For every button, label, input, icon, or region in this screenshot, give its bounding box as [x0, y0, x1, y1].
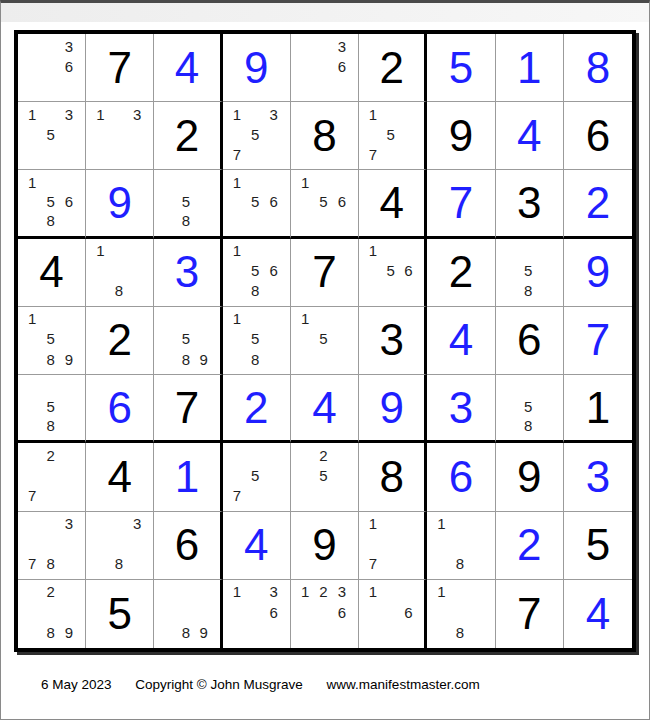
- candidate-grid: 158: [223, 307, 290, 374]
- cell-r1c6[interactable]: 2: [359, 34, 427, 102]
- candidate-digit: 7: [228, 485, 246, 505]
- candidate-digit: 5: [246, 124, 264, 144]
- solved-digit: 2: [244, 386, 268, 430]
- candidate-digit: 7: [23, 554, 41, 574]
- candidate-digit: 9: [195, 623, 213, 643]
- candidate-digit: 1: [296, 309, 314, 329]
- candidate-grid: 18: [86, 239, 153, 306]
- cell-r3c8[interactable]: 3: [496, 170, 564, 238]
- candidate-digit: 5: [246, 261, 264, 281]
- cell-r1c3[interactable]: 4: [154, 34, 222, 102]
- cell-r1c5[interactable]: 36: [291, 34, 359, 102]
- given-digit: 5: [586, 523, 610, 567]
- candidate-grid: 1568: [18, 170, 85, 235]
- cell-r8c2[interactable]: 38: [86, 512, 154, 580]
- candidate-digit: 5: [314, 329, 332, 349]
- given-digit: 4: [379, 181, 403, 225]
- footer-date: 6 May 2023: [41, 677, 112, 692]
- candidate-digit: 6: [264, 261, 282, 281]
- cell-r3c4[interactable]: 156: [223, 170, 291, 238]
- solved-digit: 2: [517, 523, 541, 567]
- candidate-digit: 1: [228, 582, 246, 602]
- given-digit: 2: [449, 250, 473, 294]
- cell-r3c7[interactable]: 7: [427, 170, 495, 238]
- cell-r6c2[interactable]: 6: [86, 375, 154, 443]
- cell-r7c5[interactable]: 25: [291, 443, 359, 511]
- candidate-digit: 5: [314, 192, 332, 211]
- cell-r8c9[interactable]: 5: [564, 512, 632, 580]
- candidate-digit: 3: [128, 104, 146, 124]
- candidate-digit: 5: [382, 261, 400, 281]
- candidate-digit: 8: [177, 623, 195, 643]
- candidate-digit: 1: [296, 582, 314, 602]
- candidate-digit: 3: [128, 514, 146, 534]
- candidate-digit: 2: [314, 582, 332, 602]
- cell-r4c5[interactable]: 7: [291, 239, 359, 307]
- given-digit: 8: [379, 455, 403, 499]
- candidate-digit: 5: [177, 329, 195, 349]
- given-digit: 3: [517, 181, 541, 225]
- candidate-digit: 6: [264, 192, 282, 211]
- cell-r9c9[interactable]: 4: [564, 580, 632, 648]
- cell-r2c4[interactable]: 1357: [223, 102, 291, 170]
- cell-r9c4[interactable]: 136: [223, 580, 291, 648]
- candidate-digit: 1: [432, 514, 450, 534]
- candidate-digit: 6: [264, 602, 282, 622]
- candidate-digit: 1: [23, 172, 41, 191]
- candidate-digit: 6: [400, 602, 418, 622]
- cell-r6c9[interactable]: 1: [564, 375, 632, 443]
- candidate-grid: 15: [291, 307, 358, 374]
- candidate-digit: 8: [451, 554, 469, 574]
- cell-r2c9[interactable]: 6: [564, 102, 632, 170]
- cell-r7c9[interactable]: 3: [564, 443, 632, 511]
- candidate-digit: 8: [246, 349, 264, 369]
- cell-r2c1[interactable]: 135: [18, 102, 86, 170]
- candidate-digit: 3: [60, 36, 78, 56]
- candidate-digit: 1: [228, 104, 246, 124]
- candidate-grid: 1236: [291, 580, 358, 648]
- given-digit: 8: [312, 114, 336, 158]
- given-digit: 2: [379, 46, 403, 90]
- candidate-grid: 1589: [18, 307, 85, 374]
- candidate-grid: 58: [18, 375, 85, 440]
- given-digit: 6: [586, 114, 610, 158]
- cell-r4c6[interactable]: 156: [359, 239, 427, 307]
- candidate-grid: 156: [223, 170, 290, 235]
- candidate-digit: 1: [228, 172, 246, 191]
- candidate-digit: 8: [110, 554, 128, 574]
- candidate-digit: 1: [23, 309, 41, 329]
- solved-digit: 6: [449, 455, 473, 499]
- candidate-digit: 3: [60, 514, 78, 534]
- cell-r6c5[interactable]: 4: [291, 375, 359, 443]
- candidate-digit: 5: [246, 192, 264, 211]
- given-digit: 2: [175, 114, 199, 158]
- candidate-digit: 5: [41, 397, 59, 416]
- candidate-digit: 2: [41, 445, 59, 465]
- solved-digit: 4: [244, 523, 268, 567]
- cell-r5c9[interactable]: 7: [564, 307, 632, 375]
- solved-digit: 7: [449, 181, 473, 225]
- candidate-grid: 17: [359, 512, 424, 579]
- footer: 6 May 2023 Copyright © John Musgrave www…: [41, 677, 500, 692]
- cell-r6c8[interactable]: 58: [496, 375, 564, 443]
- cell-r8c3[interactable]: 6: [154, 512, 222, 580]
- cell-r9c7[interactable]: 18: [427, 580, 495, 648]
- candidate-grid: 57: [223, 443, 290, 510]
- cell-r1c8[interactable]: 1: [496, 34, 564, 102]
- cell-r8c1[interactable]: 378: [18, 512, 86, 580]
- solved-digit: 4: [517, 114, 541, 158]
- cell-r7c2[interactable]: 4: [86, 443, 154, 511]
- candidate-digit: 3: [264, 104, 282, 124]
- solved-digit: 8: [586, 46, 610, 90]
- candidate-digit: 1: [432, 582, 450, 602]
- given-digit: 9: [517, 455, 541, 499]
- candidate-digit: 5: [41, 329, 59, 349]
- candidate-digit: 2: [41, 582, 59, 602]
- candidate-grid: 1357: [223, 102, 290, 169]
- candidate-digit: 9: [60, 349, 78, 369]
- given-digit: 3: [379, 318, 403, 362]
- footer-copyright: Copyright © John Musgrave: [135, 677, 303, 692]
- cell-r7c1[interactable]: 27: [18, 443, 86, 511]
- given-digit: 9: [449, 114, 473, 158]
- candidate-digit: 8: [519, 416, 537, 435]
- footer-site: www.manifestmaster.com: [327, 677, 480, 692]
- cell-r2c6[interactable]: 157: [359, 102, 427, 170]
- candidate-digit: 1: [228, 309, 246, 329]
- cell-r8c6[interactable]: 17: [359, 512, 427, 580]
- candidate-digit: 3: [264, 582, 282, 602]
- candidate-digit: 8: [41, 416, 59, 435]
- solved-digit: 5: [449, 46, 473, 90]
- cell-r7c7[interactable]: 6: [427, 443, 495, 511]
- sudoku-board: 3674936251813513213578157946156895815615…: [14, 30, 636, 652]
- candidate-grid: 1568: [223, 239, 290, 306]
- given-digit: 1: [586, 386, 610, 430]
- cell-r5c8[interactable]: 6: [496, 307, 564, 375]
- candidate-digit: 3: [333, 36, 351, 56]
- cell-r9c8[interactable]: 7: [496, 580, 564, 648]
- candidate-grid: 13: [86, 102, 153, 169]
- candidate-grid: 18: [427, 512, 494, 579]
- candidate-digit: 7: [23, 485, 41, 505]
- cell-r8c7[interactable]: 18: [427, 512, 495, 580]
- candidate-grid: 156: [291, 170, 358, 235]
- candidate-digit: 5: [177, 192, 195, 211]
- solved-digit: 4: [449, 318, 473, 362]
- candidate-digit: 8: [177, 349, 195, 369]
- cell-r2c8[interactable]: 4: [496, 102, 564, 170]
- candidate-grid: 36: [18, 34, 85, 101]
- candidate-grid: 58: [496, 239, 563, 306]
- solved-digit: 3: [586, 455, 610, 499]
- cell-r6c6[interactable]: 9: [359, 375, 427, 443]
- candidate-digit: 5: [246, 465, 264, 485]
- candidate-digit: 7: [364, 554, 382, 574]
- given-digit: 4: [108, 455, 132, 499]
- cell-r9c3[interactable]: 89: [154, 580, 222, 648]
- candidate-digit: 1: [364, 241, 382, 261]
- cell-r6c7[interactable]: 3: [427, 375, 495, 443]
- cell-r1c4[interactable]: 9: [223, 34, 291, 102]
- solved-digit: 7: [586, 318, 610, 362]
- candidate-digit: 8: [451, 623, 469, 643]
- given-digit: 7: [517, 592, 541, 636]
- candidate-digit: 7: [364, 144, 382, 164]
- candidate-digit: 1: [228, 241, 246, 261]
- solved-digit: 2: [586, 181, 610, 225]
- candidate-grid: 156: [359, 239, 424, 306]
- cell-r3c2[interactable]: 9: [86, 170, 154, 238]
- candidate-digit: 1: [23, 104, 41, 124]
- candidate-digit: 9: [195, 349, 213, 369]
- solved-digit: 9: [108, 181, 132, 225]
- cell-r5c7[interactable]: 4: [427, 307, 495, 375]
- solved-digit: 9: [586, 250, 610, 294]
- solved-digit: 3: [175, 250, 199, 294]
- candidate-digit: 1: [296, 172, 314, 191]
- cell-r4c9[interactable]: 9: [564, 239, 632, 307]
- solved-digit: 6: [108, 386, 132, 430]
- given-digit: 7: [108, 46, 132, 90]
- candidate-digit: 6: [60, 192, 78, 211]
- candidate-digit: 5: [246, 329, 264, 349]
- candidate-digit: 8: [246, 281, 264, 301]
- candidate-grid: 378: [18, 512, 85, 579]
- candidate-digit: 5: [41, 192, 59, 211]
- candidate-digit: 6: [333, 192, 351, 211]
- given-digit: 7: [312, 250, 336, 294]
- given-digit: 2: [108, 318, 132, 362]
- cell-r7c8[interactable]: 9: [496, 443, 564, 511]
- given-digit: 9: [312, 523, 336, 567]
- cell-r3c9[interactable]: 2: [564, 170, 632, 238]
- cell-r3c1[interactable]: 1568: [18, 170, 86, 238]
- candidate-digit: 8: [41, 623, 59, 643]
- candidate-grid: 58: [154, 170, 219, 235]
- candidate-digit: 8: [110, 281, 128, 301]
- candidate-grid: 58: [496, 375, 563, 440]
- cell-r4c1[interactable]: 4: [18, 239, 86, 307]
- solved-digit: 3: [449, 386, 473, 430]
- cell-r1c1[interactable]: 36: [18, 34, 86, 102]
- candidate-digit: 8: [41, 211, 59, 230]
- given-digit: 7: [175, 386, 199, 430]
- cell-r8c5[interactable]: 9: [291, 512, 359, 580]
- cell-r4c3[interactable]: 3: [154, 239, 222, 307]
- solved-digit: 1: [517, 46, 541, 90]
- candidate-digit: 1: [364, 582, 382, 602]
- cell-r3c5[interactable]: 156: [291, 170, 359, 238]
- given-digit: 6: [517, 318, 541, 362]
- candidate-digit: 5: [519, 261, 537, 281]
- candidate-digit: 5: [314, 465, 332, 485]
- candidate-grid: 157: [359, 102, 424, 169]
- candidate-digit: 1: [91, 104, 109, 124]
- candidate-digit: 6: [400, 261, 418, 281]
- candidate-digit: 6: [60, 56, 78, 76]
- cell-r2c7[interactable]: 9: [427, 102, 495, 170]
- candidate-grid: 89: [154, 580, 219, 648]
- cell-r4c4[interactable]: 1568: [223, 239, 291, 307]
- given-digit: 5: [108, 592, 132, 636]
- cell-r5c1[interactable]: 1589: [18, 307, 86, 375]
- candidate-digit: 1: [364, 104, 382, 124]
- cell-r9c6[interactable]: 16: [359, 580, 427, 648]
- cell-r4c7[interactable]: 2: [427, 239, 495, 307]
- candidate-digit: 8: [519, 281, 537, 301]
- cell-r8c4[interactable]: 4: [223, 512, 291, 580]
- candidate-grid: 135: [18, 102, 85, 169]
- solved-digit: 9: [244, 46, 268, 90]
- candidate-digit: 1: [364, 514, 382, 534]
- candidate-grid: 27: [18, 443, 85, 510]
- solved-digit: 1: [175, 455, 199, 499]
- cell-r6c1[interactable]: 58: [18, 375, 86, 443]
- candidate-digit: 5: [382, 124, 400, 144]
- cell-r7c4[interactable]: 57: [223, 443, 291, 511]
- candidate-grid: 18: [427, 580, 494, 648]
- candidate-grid: 38: [86, 512, 153, 579]
- candidate-digit: 9: [60, 623, 78, 643]
- cell-r3c3[interactable]: 58: [154, 170, 222, 238]
- cell-r5c5[interactable]: 15: [291, 307, 359, 375]
- candidate-digit: 7: [228, 144, 246, 164]
- candidate-grid: 289: [18, 580, 85, 648]
- candidate-digit: 6: [333, 56, 351, 76]
- cell-r5c3[interactable]: 589: [154, 307, 222, 375]
- cell-r5c4[interactable]: 158: [223, 307, 291, 375]
- candidate-grid: 25: [291, 443, 358, 510]
- cell-r5c6[interactable]: 3: [359, 307, 427, 375]
- cell-r6c3[interactable]: 7: [154, 375, 222, 443]
- top-bar: [1, 3, 649, 22]
- solved-digit: 4: [312, 386, 336, 430]
- candidate-digit: 8: [41, 349, 59, 369]
- cell-r9c1[interactable]: 289: [18, 580, 86, 648]
- cell-r8c8[interactable]: 2: [496, 512, 564, 580]
- cell-r2c2[interactable]: 13: [86, 102, 154, 170]
- cell-r2c3[interactable]: 2: [154, 102, 222, 170]
- cell-r1c7[interactable]: 5: [427, 34, 495, 102]
- solved-digit: 4: [175, 46, 199, 90]
- cell-r9c2[interactable]: 5: [86, 580, 154, 648]
- candidate-grid: 36: [291, 34, 358, 101]
- candidate-grid: 589: [154, 307, 219, 374]
- cell-r2c5[interactable]: 8: [291, 102, 359, 170]
- candidate-digit: 5: [519, 397, 537, 416]
- candidate-digit: 8: [177, 211, 195, 230]
- cell-r6c4[interactable]: 2: [223, 375, 291, 443]
- candidate-grid: 16: [359, 580, 424, 648]
- cell-r7c6[interactable]: 8: [359, 443, 427, 511]
- cell-r1c2[interactable]: 7: [86, 34, 154, 102]
- cell-r5c2[interactable]: 2: [86, 307, 154, 375]
- candidate-grid: 136: [223, 580, 290, 648]
- cell-r1c9[interactable]: 8: [564, 34, 632, 102]
- solved-digit: 4: [586, 592, 610, 636]
- candidate-digit: 2: [314, 445, 332, 465]
- candidate-digit: 6: [333, 602, 351, 622]
- candidate-digit: 3: [333, 582, 351, 602]
- cell-r3c6[interactable]: 4: [359, 170, 427, 238]
- cell-r4c2[interactable]: 18: [86, 239, 154, 307]
- candidate-digit: 3: [60, 104, 78, 124]
- given-digit: 6: [175, 523, 199, 567]
- candidate-digit: 5: [41, 124, 59, 144]
- given-digit: 4: [39, 250, 63, 294]
- sudoku-page: 3674936251813513213578157946156895815615…: [0, 0, 650, 720]
- candidate-digit: 1: [91, 241, 109, 261]
- candidate-digit: 8: [41, 554, 59, 574]
- solved-digit: 9: [379, 386, 403, 430]
- cell-r4c8[interactable]: 58: [496, 239, 564, 307]
- cell-r9c5[interactable]: 1236: [291, 580, 359, 648]
- cell-r7c3[interactable]: 1: [154, 443, 222, 511]
